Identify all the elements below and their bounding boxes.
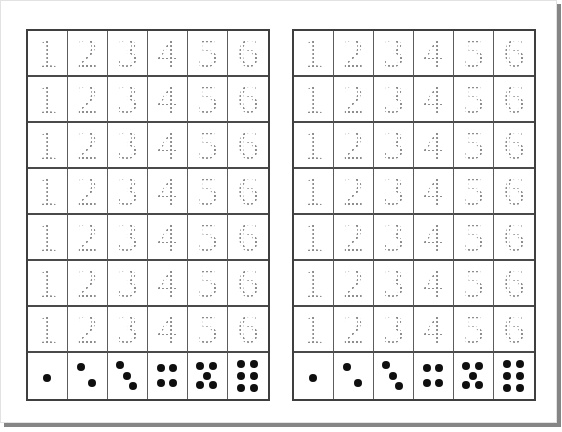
trace-cell-p1-r6-c2: 2	[68, 261, 108, 307]
digit-glyph-6: 6	[238, 32, 259, 74]
digit-glyph-1: 1	[303, 32, 324, 74]
digit-glyph-1: 1	[303, 124, 324, 166]
digit-glyph-1: 1	[37, 170, 58, 212]
trace-cell-p1-r3-c3: 3	[108, 123, 148, 169]
digit-glyph-6: 6	[238, 124, 259, 166]
digit-glyph-4: 4	[157, 124, 178, 166]
die-pip	[123, 372, 131, 380]
digit-glyph-1: 1	[37, 124, 58, 166]
die-pip	[157, 379, 165, 387]
trace-cell-p2-r5-c6: 6	[494, 215, 534, 261]
trace-cell-p1-r2-c2: 2	[68, 77, 108, 123]
die-pip	[169, 364, 177, 372]
trace-cell-p1-r2-c5: 5	[188, 77, 228, 123]
die-pip	[475, 381, 483, 389]
die-pip	[343, 363, 351, 371]
trace-cell-p2-r1-c4: 4	[414, 31, 454, 77]
digit-glyph-5: 5	[197, 124, 218, 166]
digit-glyph-5: 5	[463, 124, 484, 166]
dice-cell-p2-value-5	[454, 353, 494, 399]
digit-glyph-1: 1	[37, 216, 58, 258]
trace-cell-p2-r1-c2: 2	[334, 31, 374, 77]
digit-glyph-4: 4	[157, 78, 178, 120]
trace-cell-p1-r4-c1: 1	[28, 169, 68, 215]
digit-glyph-3: 3	[117, 78, 138, 120]
trace-cell-p2-r1-c5: 5	[454, 31, 494, 77]
die-pip	[354, 379, 362, 387]
digit-glyph-2: 2	[77, 170, 98, 212]
dice-cell-p2-value-3	[374, 353, 414, 399]
digit-glyph-2: 2	[343, 262, 364, 304]
digit-glyph-6: 6	[238, 262, 259, 304]
trace-cell-p1-r7-c6: 6	[228, 307, 268, 353]
die-pip	[196, 381, 204, 389]
die-pip	[196, 362, 204, 370]
digit-glyph-2: 2	[343, 216, 364, 258]
digit-glyph-5: 5	[463, 308, 484, 350]
trace-cell-p2-r3-c5: 5	[454, 123, 494, 169]
die-pip	[157, 364, 165, 372]
trace-cell-p1-r3-c5: 5	[188, 123, 228, 169]
trace-cell-p2-r4-c3: 3	[374, 169, 414, 215]
trace-cell-p2-r6-c1: 1	[294, 261, 334, 307]
dice-cell-p1-value-2	[68, 353, 108, 399]
trace-cell-p2-r5-c1: 1	[294, 215, 334, 261]
die-pip	[423, 379, 431, 387]
trace-cell-p2-r2-c1: 1	[294, 77, 334, 123]
digit-glyph-2: 2	[343, 170, 364, 212]
die-pip	[43, 374, 51, 382]
digit-glyph-1: 1	[37, 262, 58, 304]
trace-cell-p1-r1-c1: 1	[28, 31, 68, 77]
trace-cell-p2-r2-c3: 3	[374, 77, 414, 123]
digit-glyph-3: 3	[383, 124, 404, 166]
trace-cell-p2-r1-c1: 1	[294, 31, 334, 77]
die-pip	[382, 361, 390, 369]
dice-cell-p1-value-6	[228, 353, 268, 399]
die-pip	[250, 384, 258, 392]
digit-glyph-2: 2	[77, 32, 98, 74]
digit-glyph-2: 2	[343, 124, 364, 166]
trace-cell-p1-r6-c5: 5	[188, 261, 228, 307]
trace-cell-p2-r4-c4: 4	[414, 169, 454, 215]
digit-glyph-5: 5	[197, 78, 218, 120]
digit-glyph-5: 5	[463, 170, 484, 212]
digit-glyph-4: 4	[423, 78, 444, 120]
die-pip	[169, 379, 177, 387]
digit-glyph-3: 3	[383, 216, 404, 258]
worksheet-page: 1234561234561234561234561234561234561234…	[0, 0, 557, 423]
digit-glyph-3: 3	[383, 262, 404, 304]
digit-glyph-4: 4	[157, 262, 178, 304]
trace-cell-p2-r7-c5: 5	[454, 307, 494, 353]
digit-glyph-4: 4	[423, 32, 444, 74]
digit-glyph-3: 3	[117, 170, 138, 212]
trace-cell-p1-r7-c2: 2	[68, 307, 108, 353]
trace-cell-p1-r5-c5: 5	[188, 215, 228, 261]
die-pip	[516, 360, 524, 368]
digit-glyph-1: 1	[37, 32, 58, 74]
trace-cell-p1-r2-c6: 6	[228, 77, 268, 123]
trace-cell-p2-r1-c3: 3	[374, 31, 414, 77]
worksheet-stage: 1234561234561234561234561234561234561234…	[0, 0, 562, 432]
digit-glyph-4: 4	[423, 308, 444, 350]
die-pip	[116, 361, 124, 369]
digit-glyph-2: 2	[77, 124, 98, 166]
trace-cell-p1-r3-c6: 6	[228, 123, 268, 169]
die-pip	[203, 372, 211, 380]
trace-cell-p1-r7-c5: 5	[188, 307, 228, 353]
trace-cell-p2-r3-c2: 2	[334, 123, 374, 169]
trace-cell-p1-r6-c3: 3	[108, 261, 148, 307]
digit-glyph-6: 6	[504, 216, 525, 258]
digit-glyph-6: 6	[504, 262, 525, 304]
trace-cell-p2-r2-c5: 5	[454, 77, 494, 123]
trace-cell-p1-r1-c6: 6	[228, 31, 268, 77]
trace-cell-p1-r1-c4: 4	[148, 31, 188, 77]
digit-glyph-2: 2	[77, 216, 98, 258]
digit-glyph-4: 4	[157, 216, 178, 258]
digit-glyph-5: 5	[463, 78, 484, 120]
trace-cell-p2-r4-c1: 1	[294, 169, 334, 215]
digit-glyph-5: 5	[197, 32, 218, 74]
die-pip	[237, 360, 245, 368]
digit-glyph-3: 3	[383, 170, 404, 212]
digit-glyph-3: 3	[383, 308, 404, 350]
digit-glyph-5: 5	[197, 308, 218, 350]
trace-cell-p2-r3-c3: 3	[374, 123, 414, 169]
trace-cell-p2-r4-c2: 2	[334, 169, 374, 215]
trace-cell-p2-r6-c5: 5	[454, 261, 494, 307]
trace-cell-p1-r3-c4: 4	[148, 123, 188, 169]
die-pip	[250, 360, 258, 368]
digit-glyph-6: 6	[504, 32, 525, 74]
die-pip	[237, 384, 245, 392]
digit-glyph-1: 1	[37, 78, 58, 120]
dice-cell-p1-value-5	[188, 353, 228, 399]
digit-glyph-5: 5	[197, 216, 218, 258]
trace-cell-p2-r3-c4: 4	[414, 123, 454, 169]
die-pip	[475, 362, 483, 370]
trace-cell-p1-r4-c6: 6	[228, 169, 268, 215]
trace-cell-p2-r5-c3: 3	[374, 215, 414, 261]
trace-cell-p2-r2-c2: 2	[334, 77, 374, 123]
die-pip	[503, 384, 511, 392]
digit-glyph-3: 3	[117, 262, 138, 304]
trace-cell-p1-r2-c4: 4	[148, 77, 188, 123]
digit-glyph-6: 6	[238, 216, 259, 258]
tracing-grid-left: 1234561234561234561234561234561234561234…	[26, 29, 270, 401]
trace-cell-p2-r3-c6: 6	[494, 123, 534, 169]
trace-cell-p2-r6-c6: 6	[494, 261, 534, 307]
die-pip	[129, 382, 137, 390]
trace-cell-p1-r6-c6: 6	[228, 261, 268, 307]
trace-cell-p2-r7-c1: 1	[294, 307, 334, 353]
trace-cell-p1-r5-c2: 2	[68, 215, 108, 261]
die-pip	[209, 381, 217, 389]
digit-glyph-3: 3	[383, 32, 404, 74]
trace-cell-p1-r3-c2: 2	[68, 123, 108, 169]
trace-cell-p1-r6-c4: 4	[148, 261, 188, 307]
trace-cell-p2-r3-c1: 1	[294, 123, 334, 169]
trace-cell-p2-r5-c4: 4	[414, 215, 454, 261]
die-pip	[309, 374, 317, 382]
trace-cell-p1-r5-c4: 4	[148, 215, 188, 261]
trace-cell-p2-r7-c6: 6	[494, 307, 534, 353]
digit-glyph-6: 6	[504, 308, 525, 350]
digit-glyph-3: 3	[117, 124, 138, 166]
digit-glyph-5: 5	[197, 170, 218, 212]
digit-glyph-1: 1	[303, 308, 324, 350]
digit-glyph-6: 6	[238, 308, 259, 350]
trace-cell-p2-r1-c6: 6	[494, 31, 534, 77]
dice-cell-p2-value-1	[294, 353, 334, 399]
trace-cell-p1-r5-c6: 6	[228, 215, 268, 261]
digit-glyph-4: 4	[157, 170, 178, 212]
digit-glyph-2: 2	[343, 78, 364, 120]
trace-cell-p1-r4-c3: 3	[108, 169, 148, 215]
digit-glyph-3: 3	[117, 32, 138, 74]
trace-cell-p1-r1-c5: 5	[188, 31, 228, 77]
digit-glyph-2: 2	[343, 308, 364, 350]
trace-cell-p2-r4-c5: 5	[454, 169, 494, 215]
digit-glyph-4: 4	[423, 216, 444, 258]
digit-glyph-3: 3	[117, 308, 138, 350]
trace-cell-p2-r2-c6: 6	[494, 77, 534, 123]
digit-glyph-4: 4	[423, 170, 444, 212]
die-pip	[462, 362, 470, 370]
die-pip	[209, 362, 217, 370]
digit-glyph-1: 1	[37, 308, 58, 350]
dice-cell-p1-value-1	[28, 353, 68, 399]
die-pip	[250, 372, 258, 380]
trace-cell-p2-r4-c6: 6	[494, 169, 534, 215]
digit-glyph-4: 4	[423, 262, 444, 304]
die-pip	[88, 379, 96, 387]
digit-glyph-2: 2	[77, 308, 98, 350]
dice-cell-p1-value-4	[148, 353, 188, 399]
digit-glyph-6: 6	[238, 170, 259, 212]
trace-cell-p1-r2-c1: 1	[28, 77, 68, 123]
digit-glyph-1: 1	[303, 78, 324, 120]
digit-glyph-1: 1	[303, 170, 324, 212]
trace-cell-p1-r6-c1: 1	[28, 261, 68, 307]
digit-glyph-6: 6	[504, 124, 525, 166]
digit-glyph-5: 5	[463, 216, 484, 258]
die-pip	[389, 372, 397, 380]
digit-glyph-2: 2	[77, 262, 98, 304]
trace-cell-p1-r1-c2: 2	[68, 31, 108, 77]
trace-cell-p2-r2-c4: 4	[414, 77, 454, 123]
digit-glyph-6: 6	[504, 78, 525, 120]
dice-cell-p2-value-4	[414, 353, 454, 399]
digit-glyph-4: 4	[157, 308, 178, 350]
trace-cell-p2-r5-c2: 2	[334, 215, 374, 261]
digit-glyph-3: 3	[117, 216, 138, 258]
digit-glyph-5: 5	[197, 262, 218, 304]
trace-cell-p2-r6-c4: 4	[414, 261, 454, 307]
die-pip	[435, 379, 443, 387]
dice-cell-p2-value-2	[334, 353, 374, 399]
trace-cell-p1-r4-c2: 2	[68, 169, 108, 215]
trace-cell-p1-r7-c4: 4	[148, 307, 188, 353]
trace-cell-p1-r7-c1: 1	[28, 307, 68, 353]
tracing-grid-right: 1234561234561234561234561234561234561234…	[292, 29, 536, 401]
dice-cell-p1-value-3	[108, 353, 148, 399]
digit-glyph-2: 2	[77, 78, 98, 120]
die-pip	[503, 372, 511, 380]
trace-cell-p2-r7-c4: 4	[414, 307, 454, 353]
trace-cell-p2-r5-c5: 5	[454, 215, 494, 261]
digit-glyph-3: 3	[383, 78, 404, 120]
trace-cell-p1-r5-c1: 1	[28, 215, 68, 261]
trace-cell-p1-r5-c3: 3	[108, 215, 148, 261]
die-pip	[516, 384, 524, 392]
trace-cell-p1-r1-c3: 3	[108, 31, 148, 77]
digit-glyph-4: 4	[157, 32, 178, 74]
die-pip	[237, 372, 245, 380]
trace-cell-p2-r7-c3: 3	[374, 307, 414, 353]
trace-cell-p1-r4-c4: 4	[148, 169, 188, 215]
digit-glyph-4: 4	[423, 124, 444, 166]
trace-cell-p1-r3-c1: 1	[28, 123, 68, 169]
dice-cell-p2-value-6	[494, 353, 534, 399]
die-pip	[435, 364, 443, 372]
trace-cell-p1-r7-c3: 3	[108, 307, 148, 353]
trace-cell-p2-r7-c2: 2	[334, 307, 374, 353]
die-pip	[469, 372, 477, 380]
trace-cell-p1-r2-c3: 3	[108, 77, 148, 123]
digit-glyph-2: 2	[343, 32, 364, 74]
digit-glyph-6: 6	[238, 78, 259, 120]
trace-cell-p1-r4-c5: 5	[188, 169, 228, 215]
digit-glyph-5: 5	[463, 262, 484, 304]
trace-cell-p2-r6-c3: 3	[374, 261, 414, 307]
digit-glyph-1: 1	[303, 216, 324, 258]
digit-glyph-6: 6	[504, 170, 525, 212]
die-pip	[503, 360, 511, 368]
die-pip	[462, 381, 470, 389]
die-pip	[423, 364, 431, 372]
trace-cell-p2-r6-c2: 2	[334, 261, 374, 307]
digit-glyph-1: 1	[303, 262, 324, 304]
die-pip	[516, 372, 524, 380]
die-pip	[395, 382, 403, 390]
die-pip	[77, 363, 85, 371]
digit-glyph-5: 5	[463, 32, 484, 74]
